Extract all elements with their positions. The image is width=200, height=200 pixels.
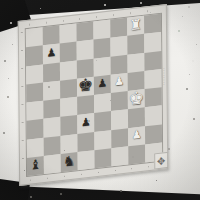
square-b1 [44, 154, 61, 174]
white-pawn: ♟ [114, 76, 124, 88]
square-a8 [26, 27, 43, 47]
square-d7 [77, 40, 94, 60]
square-b7: ♟ [43, 44, 60, 64]
square-a7 [26, 46, 43, 66]
square-a3 [27, 119, 44, 139]
square-a2 [27, 137, 44, 157]
square-g8: ♜ [127, 16, 144, 36]
square-h2 [145, 124, 162, 144]
square-f1 [111, 146, 128, 166]
square-a4 [26, 101, 43, 121]
white-rook: ♜ [129, 17, 142, 32]
black-bishop: ♝ [30, 158, 42, 172]
square-h7 [144, 32, 161, 52]
square-c5 [60, 78, 77, 98]
square-a1: ♝ [27, 156, 44, 176]
square-e5: ♟ [94, 75, 111, 95]
square-d4 [77, 95, 94, 115]
photo-grain-fine [0, 0, 1, 1]
square-c8 [60, 23, 77, 43]
white-pawn: ♟ [132, 129, 142, 141]
square-f5: ♟ [111, 73, 128, 93]
square-d1 [78, 150, 95, 170]
square-c3 [60, 115, 77, 135]
square-b8 [43, 25, 60, 45]
chess-board: ♜♟♚♟♟♚♟♟♝♞ ········ ✥ [18, 4, 168, 186]
square-b3 [43, 117, 60, 137]
square-d8 [76, 21, 93, 41]
square-g3 [128, 107, 145, 127]
square-g7 [127, 34, 144, 54]
photo-dark-edge-bottom [0, 185, 200, 200]
square-c6 [60, 60, 77, 80]
square-g6 [127, 52, 144, 72]
square-a6 [26, 64, 43, 84]
square-g4: ♚ [128, 89, 145, 109]
black-pawn: ♟ [46, 47, 56, 59]
chess-board-photo: ♜♟♚♟♟♚♟♟♝♞ ········ ✥ [0, 0, 200, 200]
square-b2 [44, 135, 61, 155]
square-d2 [77, 132, 94, 152]
square-e4 [94, 93, 111, 113]
square-f6 [111, 54, 128, 74]
square-f8 [110, 18, 127, 38]
black-knight: ♞ [63, 153, 76, 168]
square-e6 [94, 56, 111, 76]
square-h5 [145, 69, 162, 89]
square-e2 [94, 130, 111, 150]
square-h3 [145, 106, 162, 126]
square-h6 [144, 50, 161, 70]
square-f4 [111, 91, 128, 111]
square-c7 [60, 42, 77, 62]
compass-rose-logo-icon: ✥ [154, 152, 168, 170]
square-e8 [93, 20, 110, 40]
square-c4 [60, 97, 77, 117]
square-f3 [111, 109, 128, 129]
board-edge-brand-text: ········ [161, 67, 166, 86]
square-b4 [43, 99, 60, 119]
square-f2 [111, 128, 128, 148]
square-f7 [110, 36, 127, 56]
white-king: ♚ [129, 89, 144, 108]
square-c2 [61, 134, 78, 154]
square-b6 [43, 62, 60, 82]
square-g1 [128, 144, 145, 164]
square-d5: ♚ [77, 77, 94, 97]
black-pawn: ♟ [97, 78, 107, 90]
square-e7 [94, 38, 111, 58]
square-e1 [94, 148, 111, 168]
square-c1: ♞ [61, 152, 78, 172]
black-king: ♚ [78, 76, 93, 95]
square-g2: ♟ [128, 126, 145, 146]
black-pawn: ♟ [81, 116, 91, 128]
square-b5 [43, 80, 60, 100]
square-h4 [145, 87, 162, 107]
square-a5 [26, 82, 43, 102]
chess-board-grid: ♜♟♚♟♟♚♟♟♝♞ [25, 13, 163, 177]
square-d3: ♟ [77, 113, 94, 133]
square-e3 [94, 111, 111, 131]
border-marks-left [21, 32, 24, 175]
square-h8 [144, 14, 161, 34]
